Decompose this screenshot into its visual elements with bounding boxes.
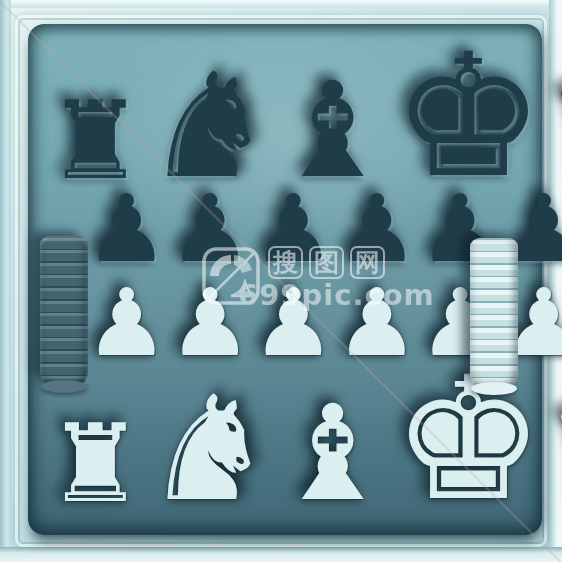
piece-row-light-back-rank: ♜♞♝♚♛♝♞♜ bbox=[47, 371, 519, 507]
dark-bishop[interactable]: ♝ bbox=[274, 78, 392, 184]
dark-knight[interactable]: ♞ bbox=[144, 68, 274, 184]
watermark: 搜图网 699pic.com bbox=[201, 246, 435, 312]
chess-box: ♜♞♝♚♛♝♞♜ ♟♟♟♟♟♟♟♟ ♟♟♟♟♟♟♟♟ ♜♞♝♚♛♝♞♜ 搜图网 … bbox=[0, 0, 562, 562]
dark-queen[interactable]: ♛ bbox=[545, 64, 562, 184]
box-frame-top-edge bbox=[0, 0, 562, 8]
watermark-char-box: 搜 bbox=[268, 246, 303, 279]
light-bishop[interactable]: ♝ bbox=[274, 401, 392, 507]
piece-row-dark-back-rank: ♜♞♝♚♛♝♞♜ bbox=[47, 48, 519, 184]
dark-rook[interactable]: ♜ bbox=[47, 98, 144, 184]
light-pawn[interactable]: ♟ bbox=[85, 286, 168, 360]
checker-stack-light[interactable] bbox=[470, 238, 518, 390]
checker-stack-dark[interactable] bbox=[40, 236, 88, 388]
watermark-text: 搜图网 699pic.com bbox=[268, 246, 435, 312]
light-rook[interactable]: ♜ bbox=[47, 421, 144, 507]
box-frame-left-edge bbox=[0, 0, 11, 562]
watermark-site-url: 699pic.com bbox=[238, 278, 435, 312]
light-knight[interactable]: ♞ bbox=[144, 391, 274, 507]
light-queen[interactable]: ♛ bbox=[545, 387, 562, 507]
light-king[interactable]: ♚ bbox=[392, 371, 544, 507]
watermark-char-box: 网 bbox=[350, 246, 385, 279]
watermark-site-name: 搜图网 bbox=[268, 246, 435, 279]
watermark-char-box: 图 bbox=[309, 246, 344, 279]
dark-pawn[interactable]: ♟ bbox=[85, 192, 168, 266]
dark-king[interactable]: ♚ bbox=[392, 48, 544, 184]
box-frame-bottom-edge bbox=[0, 547, 562, 562]
